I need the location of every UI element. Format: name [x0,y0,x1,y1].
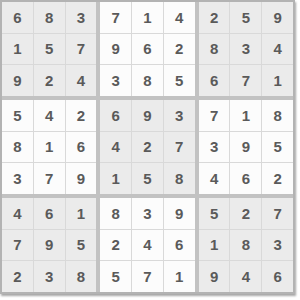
cell-r4c7[interactable]: 7 [199,100,230,131]
cell-r8c2[interactable]: 9 [34,230,65,261]
cell-r9c3[interactable]: 8 [66,261,97,292]
cell-r3c5[interactable]: 8 [132,65,163,96]
cell-r5c6[interactable]: 7 [164,132,195,163]
cell-r1c3[interactable]: 3 [66,2,97,33]
box-r2c1: 542816379 [2,100,96,194]
cell-r7c3[interactable]: 1 [66,198,97,229]
cell-r7c5[interactable]: 3 [132,198,163,229]
cell-r3c3[interactable]: 4 [66,65,97,96]
cell-r4c2[interactable]: 4 [34,100,65,131]
sudoku-board: 6831579247149623852598346715428163796934… [0,0,295,294]
cell-r8c6[interactable]: 6 [164,230,195,261]
cell-r1c5[interactable]: 1 [132,2,163,33]
cell-r6c2[interactable]: 7 [34,163,65,194]
cell-r4c6[interactable]: 3 [164,100,195,131]
cell-r2c1[interactable]: 1 [2,34,33,65]
box-r2c3: 718395462 [199,100,293,194]
cell-r8c4[interactable]: 2 [100,230,131,261]
cell-r4c3[interactable]: 2 [66,100,97,131]
cell-r7c7[interactable]: 5 [199,198,230,229]
cell-r2c8[interactable]: 3 [230,34,261,65]
cell-r8c7[interactable]: 1 [199,230,230,261]
cell-r3c4[interactable]: 3 [100,65,131,96]
box-r1c1: 683157924 [2,2,96,96]
cell-r9c7[interactable]: 9 [199,261,230,292]
box-r1c3: 259834671 [199,2,293,96]
cell-r2c4[interactable]: 9 [100,34,131,65]
cell-r6c3[interactable]: 9 [66,163,97,194]
cell-r4c5[interactable]: 9 [132,100,163,131]
cell-r6c4[interactable]: 1 [100,163,131,194]
cell-r9c5[interactable]: 7 [132,261,163,292]
cell-r6c7[interactable]: 4 [199,163,230,194]
cell-r6c5[interactable]: 5 [132,163,163,194]
cell-r3c1[interactable]: 9 [2,65,33,96]
cell-r1c7[interactable]: 2 [199,2,230,33]
cell-r8c1[interactable]: 7 [2,230,33,261]
cell-r7c9[interactable]: 7 [262,198,293,229]
cell-r2c9[interactable]: 4 [262,34,293,65]
box-r3c2: 839246571 [100,198,194,292]
sudoku-page: 6831579247149623852598346715428163796934… [0,0,300,300]
box-r3c1: 461795238 [2,198,96,292]
cell-r2c3[interactable]: 7 [66,34,97,65]
cell-r3c2[interactable]: 2 [34,65,65,96]
cell-r7c4[interactable]: 8 [100,198,131,229]
cell-r2c5[interactable]: 6 [132,34,163,65]
box-r1c2: 714962385 [100,2,194,96]
cell-r9c1[interactable]: 2 [2,261,33,292]
cell-r5c8[interactable]: 9 [230,132,261,163]
cell-r1c9[interactable]: 9 [262,2,293,33]
cell-r9c6[interactable]: 1 [164,261,195,292]
cell-r7c2[interactable]: 6 [34,198,65,229]
cell-r1c1[interactable]: 6 [2,2,33,33]
cell-r7c6[interactable]: 9 [164,198,195,229]
cell-r6c8[interactable]: 6 [230,163,261,194]
cell-r8c3[interactable]: 5 [66,230,97,261]
cell-r4c9[interactable]: 8 [262,100,293,131]
cell-r5c5[interactable]: 2 [132,132,163,163]
cell-r2c7[interactable]: 8 [199,34,230,65]
cell-r9c9[interactable]: 6 [262,261,293,292]
cell-r4c1[interactable]: 5 [2,100,33,131]
cell-r2c6[interactable]: 2 [164,34,195,65]
cell-r7c8[interactable]: 2 [230,198,261,229]
cell-r8c8[interactable]: 8 [230,230,261,261]
cell-r1c4[interactable]: 7 [100,2,131,33]
cell-r5c4[interactable]: 4 [100,132,131,163]
cell-r3c7[interactable]: 6 [199,65,230,96]
cell-r8c5[interactable]: 4 [132,230,163,261]
cell-r4c8[interactable]: 1 [230,100,261,131]
cell-r4c4[interactable]: 6 [100,100,131,131]
cell-r3c9[interactable]: 1 [262,65,293,96]
cell-r9c8[interactable]: 4 [230,261,261,292]
cell-r5c7[interactable]: 3 [199,132,230,163]
cell-r2c2[interactable]: 5 [34,34,65,65]
cell-r5c3[interactable]: 6 [66,132,97,163]
cell-r9c2[interactable]: 3 [34,261,65,292]
cell-r1c2[interactable]: 8 [34,2,65,33]
box-r3c3: 527183946 [199,198,293,292]
cell-r5c9[interactable]: 5 [262,132,293,163]
cell-r8c9[interactable]: 3 [262,230,293,261]
cell-r1c8[interactable]: 5 [230,2,261,33]
cell-r6c6[interactable]: 8 [164,163,195,194]
cell-r6c9[interactable]: 2 [262,163,293,194]
cell-r3c8[interactable]: 7 [230,65,261,96]
box-r2c2: 693427158 [100,100,194,194]
cell-r5c2[interactable]: 1 [34,132,65,163]
cell-r7c1[interactable]: 4 [2,198,33,229]
cell-r5c1[interactable]: 8 [2,132,33,163]
cell-r3c6[interactable]: 5 [164,65,195,96]
cell-r1c6[interactable]: 4 [164,2,195,33]
cell-r9c4[interactable]: 5 [100,261,131,292]
cell-r6c1[interactable]: 3 [2,163,33,194]
